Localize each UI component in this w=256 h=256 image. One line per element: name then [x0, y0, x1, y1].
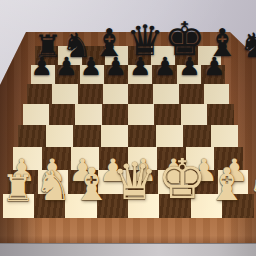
square-a4[interactable] [18, 125, 46, 147]
piece-black-pawn-a7[interactable]: ♟ [30, 54, 55, 79]
piece-white-queen-d1[interactable]: ♛ [112, 156, 158, 207]
piece-black-pawn-f7[interactable]: ♟ [153, 54, 178, 79]
rank-row-6 [27, 84, 229, 104]
piece-white-bishop-c1[interactable]: ♝ [71, 162, 111, 207]
rank-row-5 [23, 104, 234, 125]
square-d5[interactable] [102, 104, 128, 125]
pieces-rank-7: ♟♟♟♟♟♟♟♟ [30, 54, 227, 79]
square-e6[interactable] [128, 84, 153, 104]
square-h4[interactable] [211, 125, 239, 147]
square-a6[interactable] [27, 84, 52, 104]
table-surface [0, 243, 256, 256]
piece-black-pawn-h7[interactable]: ♟ [202, 54, 227, 79]
square-g5[interactable] [181, 104, 207, 125]
piece-white-rook-a1[interactable]: ♜ [2, 170, 35, 207]
square-e4[interactable] [128, 125, 156, 147]
piece-black-pawn-c7[interactable]: ♟ [79, 54, 104, 79]
square-h6[interactable] [204, 84, 229, 104]
piece-white-knight-g1[interactable]: ♞ [247, 166, 256, 207]
piece-black-pawn-b7[interactable]: ♟ [54, 54, 79, 79]
square-b5[interactable] [49, 104, 75, 125]
square-e5[interactable] [128, 104, 154, 125]
square-f6[interactable] [153, 84, 178, 104]
square-f4[interactable] [156, 125, 184, 147]
square-g4[interactable] [183, 125, 211, 147]
square-d6[interactable] [103, 84, 128, 104]
piece-black-pawn-d7[interactable]: ♟ [103, 54, 128, 79]
piece-white-bishop-f1[interactable]: ♝ [207, 162, 247, 207]
chess-photo-scene: ♜♞♝♛♚♝♞♜♟♟♟♟♟♟♟♟♟♟♟♟♟♟♟♟♜♞♝♛♚♝♞♜ [0, 0, 256, 256]
square-c6[interactable] [78, 84, 103, 104]
square-b4[interactable] [46, 125, 74, 147]
piece-black-pawn-g7[interactable]: ♟ [177, 54, 202, 79]
piece-black-pawn-e7[interactable]: ♟ [128, 54, 153, 79]
square-b6[interactable] [52, 84, 77, 104]
square-f5[interactable] [154, 104, 180, 125]
piece-white-knight-b1[interactable]: ♞ [35, 166, 72, 207]
square-c4[interactable] [73, 125, 101, 147]
square-c5[interactable] [75, 104, 101, 125]
piece-white-king-e1[interactable]: ♚ [158, 152, 207, 207]
piece-black-knight-g8[interactable]: ♞ [239, 28, 256, 62]
square-d4[interactable] [101, 125, 129, 147]
square-a5[interactable] [23, 104, 49, 125]
square-h5[interactable] [207, 104, 233, 125]
square-g6[interactable] [179, 84, 204, 104]
rank-row-4 [18, 125, 238, 147]
